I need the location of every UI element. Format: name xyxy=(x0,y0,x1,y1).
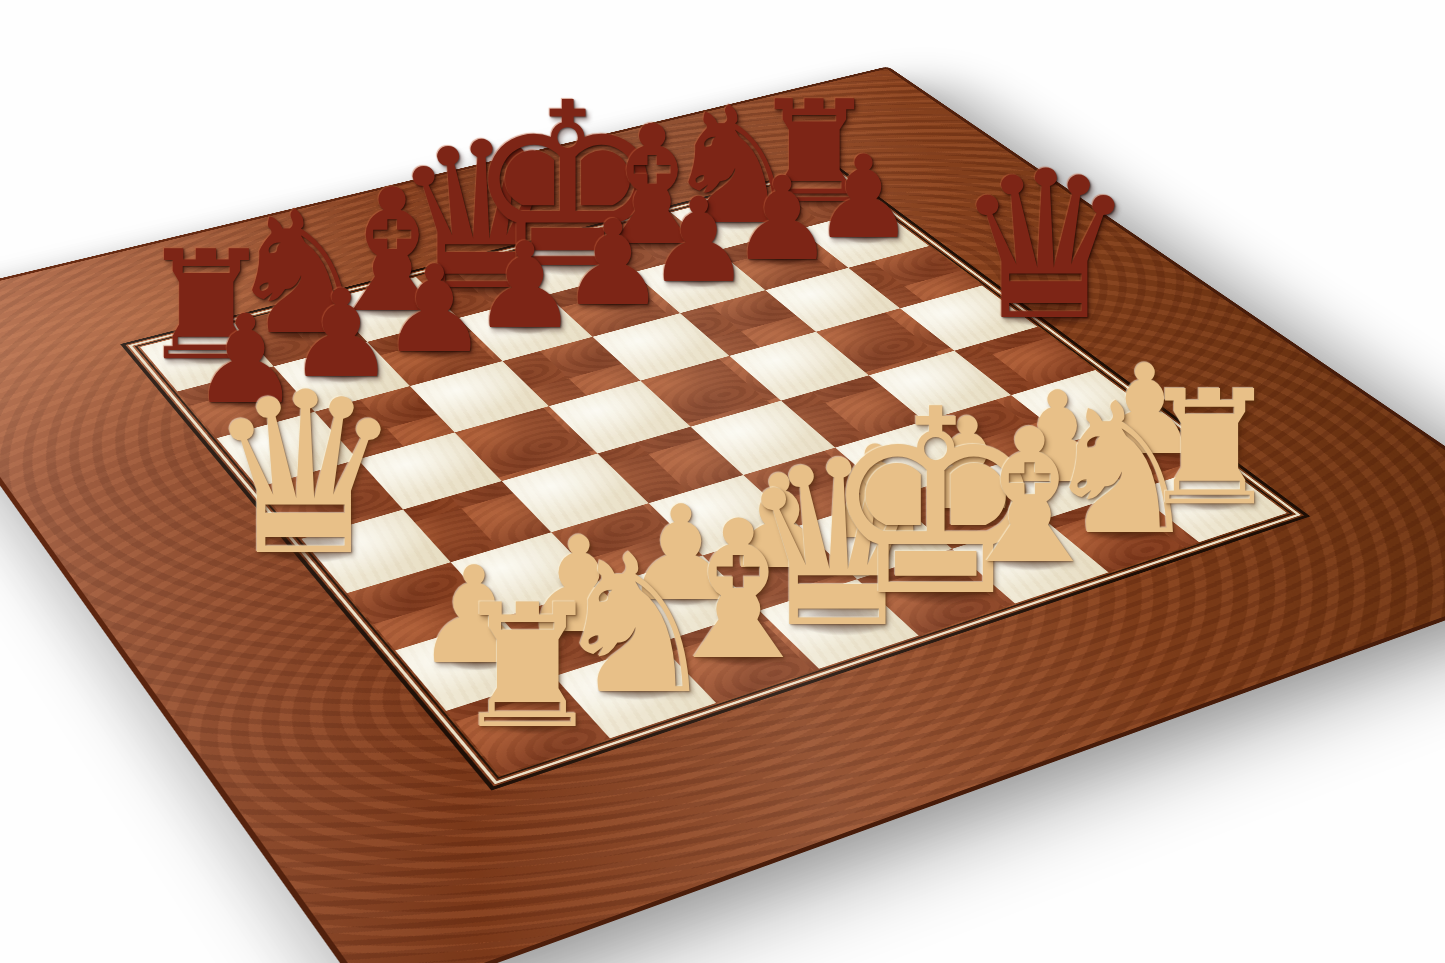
red-queen-icon: ♛ xyxy=(954,144,1137,349)
product-photo-scene: ♜♞♝♛♚♝♞♜♟♟♟♟♟♟♟♟♟♟♟♟♟♟♟♟♜♞♝♛♚♝♞♜♛♛ xyxy=(0,0,1445,963)
red-pawn-icon: ♟ xyxy=(812,141,915,256)
white-queen-icon: ♛ xyxy=(205,363,406,587)
white-rook-icon: ♜ xyxy=(1139,369,1281,527)
pieces-layer: ♜♞♝♛♚♝♞♜♟♟♟♟♟♟♟♟♟♟♟♟♟♟♟♟♜♞♝♛♚♝♞♜♛♛ xyxy=(0,0,1445,963)
